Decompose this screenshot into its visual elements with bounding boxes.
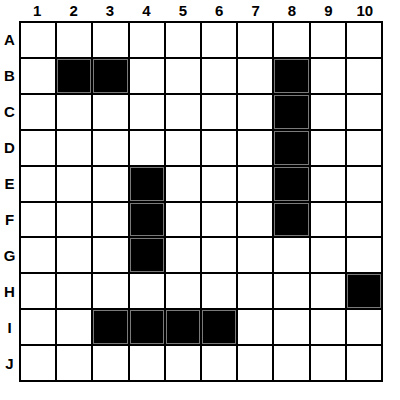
cell-D2[interactable] <box>57 131 91 165</box>
cell-H7[interactable] <box>238 274 272 308</box>
cell-C8[interactable] <box>274 95 308 129</box>
col-label-5: 5 <box>165 0 201 19</box>
cell-E6[interactable] <box>202 167 236 201</box>
row-label-C: C <box>0 93 19 129</box>
cell-J10[interactable] <box>347 346 381 380</box>
cell-E1[interactable] <box>21 167 55 201</box>
cell-J9[interactable] <box>311 346 345 380</box>
cell-H3[interactable] <box>93 274 127 308</box>
cell-I6[interactable] <box>202 310 236 344</box>
grid <box>19 21 383 382</box>
cell-G4[interactable] <box>130 238 164 272</box>
cell-I2[interactable] <box>57 310 91 344</box>
cell-I7[interactable] <box>238 310 272 344</box>
col-label-6: 6 <box>201 0 237 19</box>
row-label-B: B <box>0 57 19 93</box>
cell-E2[interactable] <box>57 167 91 201</box>
row-labels: ABCDEFGHIJ <box>0 21 19 382</box>
cell-B10[interactable] <box>347 59 381 93</box>
col-label-2: 2 <box>55 0 91 19</box>
cell-E10[interactable] <box>347 167 381 201</box>
cell-H2[interactable] <box>57 274 91 308</box>
cell-F5[interactable] <box>166 203 200 237</box>
cell-A3[interactable] <box>93 23 127 57</box>
cell-A6[interactable] <box>202 23 236 57</box>
cell-A8[interactable] <box>274 23 308 57</box>
cell-D9[interactable] <box>311 131 345 165</box>
cell-E4[interactable] <box>130 167 164 201</box>
col-label-9: 9 <box>310 0 346 19</box>
cell-I8[interactable] <box>274 310 308 344</box>
cell-F8[interactable] <box>274 203 308 237</box>
cell-J6[interactable] <box>202 346 236 380</box>
battleship-board: 12345678910 ABCDEFGHIJ <box>0 0 400 400</box>
cell-A7[interactable] <box>238 23 272 57</box>
col-label-7: 7 <box>237 0 273 19</box>
cell-G7[interactable] <box>238 238 272 272</box>
cell-H5[interactable] <box>166 274 200 308</box>
col-label-10: 10 <box>347 0 383 19</box>
row-label-D: D <box>0 129 19 165</box>
col-label-8: 8 <box>274 0 310 19</box>
cell-J5[interactable] <box>166 346 200 380</box>
cell-F1[interactable] <box>21 203 55 237</box>
cell-C5[interactable] <box>166 95 200 129</box>
cell-G2[interactable] <box>57 238 91 272</box>
cell-J2[interactable] <box>57 346 91 380</box>
cell-C1[interactable] <box>21 95 55 129</box>
cell-H4[interactable] <box>130 274 164 308</box>
cell-J4[interactable] <box>130 346 164 380</box>
cell-A9[interactable] <box>311 23 345 57</box>
cell-E3[interactable] <box>93 167 127 201</box>
cell-D5[interactable] <box>166 131 200 165</box>
cell-I10[interactable] <box>347 310 381 344</box>
cell-F9[interactable] <box>311 203 345 237</box>
cell-B9[interactable] <box>311 59 345 93</box>
cell-B5[interactable] <box>166 59 200 93</box>
cell-G8[interactable] <box>274 238 308 272</box>
cell-C9[interactable] <box>311 95 345 129</box>
cell-A1[interactable] <box>21 23 55 57</box>
cell-E8[interactable] <box>274 167 308 201</box>
row-label-H: H <box>0 274 19 310</box>
cell-H6[interactable] <box>202 274 236 308</box>
cell-E5[interactable] <box>166 167 200 201</box>
cell-C3[interactable] <box>93 95 127 129</box>
cell-F2[interactable] <box>57 203 91 237</box>
cell-F6[interactable] <box>202 203 236 237</box>
cell-J8[interactable] <box>274 346 308 380</box>
row-label-E: E <box>0 165 19 201</box>
cell-C6[interactable] <box>202 95 236 129</box>
row-label-F: F <box>0 201 19 237</box>
cell-I1[interactable] <box>21 310 55 344</box>
cell-G1[interactable] <box>21 238 55 272</box>
cell-A4[interactable] <box>130 23 164 57</box>
cell-J7[interactable] <box>238 346 272 380</box>
cell-G5[interactable] <box>166 238 200 272</box>
cell-D3[interactable] <box>93 131 127 165</box>
cell-C4[interactable] <box>130 95 164 129</box>
cell-E7[interactable] <box>238 167 272 201</box>
cell-C7[interactable] <box>238 95 272 129</box>
cell-H9[interactable] <box>311 274 345 308</box>
col-labels: 12345678910 <box>19 0 383 19</box>
cell-E9[interactable] <box>311 167 345 201</box>
cell-H8[interactable] <box>274 274 308 308</box>
cell-J1[interactable] <box>21 346 55 380</box>
row-label-I: I <box>0 310 19 346</box>
cell-J3[interactable] <box>93 346 127 380</box>
cell-B7[interactable] <box>238 59 272 93</box>
cell-B2[interactable] <box>57 59 91 93</box>
cell-D8[interactable] <box>274 131 308 165</box>
col-label-4: 4 <box>128 0 164 19</box>
cell-C2[interactable] <box>57 95 91 129</box>
cell-G10[interactable] <box>347 238 381 272</box>
cell-I3[interactable] <box>93 310 127 344</box>
row-label-J: J <box>0 346 19 382</box>
cell-I5[interactable] <box>166 310 200 344</box>
cell-G6[interactable] <box>202 238 236 272</box>
cell-D10[interactable] <box>347 131 381 165</box>
cell-G9[interactable] <box>311 238 345 272</box>
cell-A2[interactable] <box>57 23 91 57</box>
cell-A10[interactable] <box>347 23 381 57</box>
cell-F3[interactable] <box>93 203 127 237</box>
row-label-A: A <box>0 21 19 57</box>
cell-D4[interactable] <box>130 131 164 165</box>
cell-C10[interactable] <box>347 95 381 129</box>
cell-B6[interactable] <box>202 59 236 93</box>
cell-A5[interactable] <box>166 23 200 57</box>
cell-D6[interactable] <box>202 131 236 165</box>
cell-B1[interactable] <box>21 59 55 93</box>
cell-I9[interactable] <box>311 310 345 344</box>
cell-D7[interactable] <box>238 131 272 165</box>
col-label-1: 1 <box>19 0 55 19</box>
cell-B4[interactable] <box>130 59 164 93</box>
cell-I4[interactable] <box>130 310 164 344</box>
cell-B8[interactable] <box>274 59 308 93</box>
cell-H1[interactable] <box>21 274 55 308</box>
cell-H10[interactable] <box>347 274 381 308</box>
cell-F10[interactable] <box>347 203 381 237</box>
cell-B3[interactable] <box>93 59 127 93</box>
cell-G3[interactable] <box>93 238 127 272</box>
row-label-G: G <box>0 238 19 274</box>
cell-D1[interactable] <box>21 131 55 165</box>
cell-F7[interactable] <box>238 203 272 237</box>
cell-F4[interactable] <box>130 203 164 237</box>
col-label-3: 3 <box>92 0 128 19</box>
